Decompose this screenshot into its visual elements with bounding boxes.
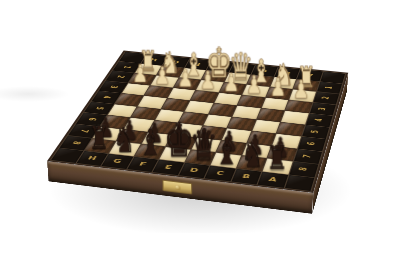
coordinate-label: 7 (78, 129, 89, 133)
piece-white-pawn[interactable]: ♟ (269, 75, 285, 100)
piece-white-pawn[interactable]: ♟ (293, 77, 310, 102)
piece-black-king[interactable]: ♚ (164, 116, 182, 163)
piece-black-rook[interactable]: ♜ (267, 142, 285, 175)
piece-white-pawn[interactable]: ♟ (200, 68, 216, 93)
square-b4[interactable] (257, 108, 284, 121)
coordinate-label: 7 (303, 154, 314, 158)
coordinate-label: 1 (325, 86, 334, 90)
coordinate-label: 2 (115, 75, 125, 78)
brass-clasp[interactable] (162, 180, 192, 195)
coordinate-label: 1 (122, 65, 132, 68)
coordinate-label: 8 (70, 141, 81, 145)
coordinate-label: 3 (318, 107, 328, 111)
file-label-front-C: C (205, 166, 236, 182)
piece-black-bishop[interactable]: ♝ (215, 132, 233, 169)
coordinate-label: 4 (101, 95, 111, 99)
piece-white-pawn[interactable]: ♟ (246, 72, 262, 97)
piece-black-bishop[interactable]: ♝ (138, 124, 156, 160)
piece-black-knight[interactable]: ♞ (113, 123, 131, 157)
coordinate-label: 5 (310, 130, 320, 134)
square-a2[interactable]: ♟ (289, 89, 315, 101)
coordinate-label: 5 (94, 106, 104, 110)
coordinate-label: E (164, 164, 173, 170)
square-a3[interactable] (285, 100, 312, 113)
background-smudge (0, 86, 70, 102)
coordinate-label: 4 (314, 118, 324, 122)
piece-white-pawn[interactable]: ♟ (154, 63, 170, 88)
square-a4[interactable] (281, 111, 308, 124)
coordinate-label: H (87, 155, 98, 161)
piece-black-rook[interactable]: ♜ (89, 122, 107, 154)
clasp-knob-icon (175, 184, 180, 189)
rank-label-right-5: 5 (302, 125, 330, 139)
coordinate-label: A (268, 177, 277, 183)
piece-white-pawn[interactable]: ♟ (177, 65, 193, 90)
chess-set: HGFEDCBA1♜♞♝♚♛♝♞♜12♟♟♟♟♟♟♟♟2334455667♟♟♟… (47, 51, 348, 193)
piece-black-queen[interactable]: ♛ (189, 123, 207, 166)
coordinate-label: B (242, 174, 251, 180)
coordinate-label: 6 (307, 142, 317, 146)
coordinate-label: 8 (298, 167, 309, 172)
coordinate-label: C (215, 171, 224, 177)
photo-background: HGFEDCBA1♜♞♝♚♛♝♞♜12♟♟♟♟♟♟♟♟2334455667♟♟♟… (0, 0, 420, 259)
square-c3[interactable] (238, 95, 265, 108)
coordinate-label: 3 (108, 85, 118, 88)
coordinate-label: G (112, 158, 122, 164)
piece-white-pawn[interactable]: ♟ (223, 70, 239, 95)
file-label-front-B: B (231, 169, 261, 185)
piece-black-knight[interactable]: ♞ (241, 137, 259, 172)
file-label-front-A: A (258, 172, 288, 188)
piece-white-pawn[interactable]: ♟ (132, 61, 148, 86)
coordinate-label: D (189, 167, 199, 173)
coordinate-label: F (138, 161, 147, 167)
square-a8[interactable]: ♜ (263, 159, 293, 174)
square-c4[interactable] (233, 106, 261, 119)
rank-label-right-2: 2 (313, 92, 339, 105)
coordinate-label: 2 (321, 96, 331, 100)
frame-corner-tile (284, 175, 314, 191)
